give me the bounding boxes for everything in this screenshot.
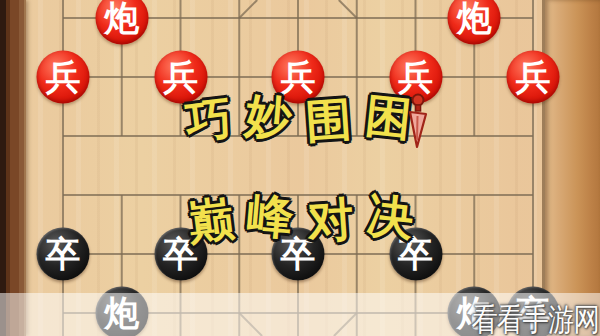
xiangqi-screenshot: 炮炮兵兵兵兵兵卒卒卒卒卒炮炮 巧 妙 围 困 巅 峰 对 决 看看手游网	[0, 0, 600, 336]
board-left-frame	[0, 0, 26, 336]
caption-char: 巧	[182, 93, 234, 146]
caption-char: 决	[365, 191, 417, 244]
caption-char: 巅	[184, 193, 236, 246]
caption-char: 对	[306, 194, 356, 245]
caption-char: 围	[304, 94, 354, 145]
piece-red-pawn[interactable]: 兵	[37, 51, 90, 104]
piece-black-pawn[interactable]: 卒	[37, 228, 90, 281]
dagger-icon	[405, 92, 429, 150]
piece-red-pawn[interactable]: 兵	[507, 51, 560, 104]
board-right-edge	[545, 0, 600, 336]
caption-dianfeng-duijue: 巅 峰 对 决	[187, 194, 414, 242]
caption-char: 峰	[245, 190, 296, 242]
caption-char: 妙	[243, 90, 294, 142]
caption-qiaomiao-weikun: 巧 妙 围 困	[185, 94, 412, 142]
site-watermark: 看看手游网	[472, 299, 600, 336]
